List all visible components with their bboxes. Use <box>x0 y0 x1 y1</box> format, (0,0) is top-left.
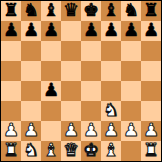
square-a3[interactable] <box>1 101 21 121</box>
black-pawn[interactable]: ♟ <box>103 21 119 40</box>
chess-board: ♜♞♝♛♚♝♞♜♟♟♟♟♟♟♟♟♞♟♟♟♟♟♟♟♜♞♝♛♚♝♜ <box>1 1 161 161</box>
square-e4[interactable] <box>81 81 101 101</box>
square-c7[interactable]: ♟ <box>41 21 61 41</box>
square-g1[interactable] <box>121 141 141 161</box>
square-f1[interactable]: ♝ <box>101 141 121 161</box>
white-bishop[interactable]: ♝ <box>103 141 119 160</box>
square-h3[interactable] <box>141 101 161 121</box>
white-knight[interactable]: ♞ <box>23 141 39 160</box>
white-pawn[interactable]: ♟ <box>63 121 79 140</box>
white-pawn[interactable]: ♟ <box>123 121 139 140</box>
black-pawn[interactable]: ♟ <box>43 81 59 100</box>
black-bishop[interactable]: ♝ <box>43 1 59 20</box>
square-a8[interactable]: ♜ <box>1 1 21 21</box>
black-pawn[interactable]: ♟ <box>83 21 99 40</box>
square-g7[interactable]: ♟ <box>121 21 141 41</box>
square-f5[interactable] <box>101 61 121 81</box>
white-pawn[interactable]: ♟ <box>23 121 39 140</box>
square-c3[interactable] <box>41 101 61 121</box>
square-e7[interactable]: ♟ <box>81 21 101 41</box>
white-rook[interactable]: ♜ <box>3 141 19 160</box>
black-pawn[interactable]: ♟ <box>123 21 139 40</box>
white-pawn[interactable]: ♟ <box>3 121 19 140</box>
white-king[interactable]: ♚ <box>83 141 99 160</box>
square-d8[interactable]: ♛ <box>61 1 81 21</box>
square-b7[interactable]: ♟ <box>21 21 41 41</box>
square-c2[interactable] <box>41 121 61 141</box>
square-f7[interactable]: ♟ <box>101 21 121 41</box>
square-f2[interactable]: ♟ <box>101 121 121 141</box>
square-f4[interactable] <box>101 81 121 101</box>
square-c5[interactable] <box>41 61 61 81</box>
square-e8[interactable]: ♚ <box>81 1 101 21</box>
square-g4[interactable] <box>121 81 141 101</box>
black-king[interactable]: ♚ <box>83 1 99 20</box>
square-c8[interactable]: ♝ <box>41 1 61 21</box>
square-g8[interactable]: ♞ <box>121 1 141 21</box>
square-a5[interactable] <box>1 61 21 81</box>
square-b1[interactable]: ♞ <box>21 141 41 161</box>
square-d5[interactable] <box>61 61 81 81</box>
square-c6[interactable] <box>41 41 61 61</box>
square-g2[interactable]: ♟ <box>121 121 141 141</box>
square-h6[interactable] <box>141 41 161 61</box>
black-queen[interactable]: ♛ <box>63 1 79 20</box>
square-h7[interactable]: ♟ <box>141 21 161 41</box>
square-d4[interactable] <box>61 81 81 101</box>
white-pawn[interactable]: ♟ <box>83 121 99 140</box>
square-h8[interactable]: ♜ <box>141 1 161 21</box>
black-pawn[interactable]: ♟ <box>43 21 59 40</box>
square-e5[interactable] <box>81 61 101 81</box>
square-f6[interactable] <box>101 41 121 61</box>
square-d7[interactable] <box>61 21 81 41</box>
square-h2[interactable]: ♟ <box>141 121 161 141</box>
black-rook[interactable]: ♜ <box>3 1 19 20</box>
square-a2[interactable]: ♟ <box>1 121 21 141</box>
square-a6[interactable] <box>1 41 21 61</box>
square-g6[interactable] <box>121 41 141 61</box>
square-b5[interactable] <box>21 61 41 81</box>
black-pawn[interactable]: ♟ <box>143 21 159 40</box>
black-pawn[interactable]: ♟ <box>3 21 19 40</box>
square-a1[interactable]: ♜ <box>1 141 21 161</box>
square-g5[interactable] <box>121 61 141 81</box>
black-bishop[interactable]: ♝ <box>103 1 119 20</box>
black-rook[interactable]: ♜ <box>143 1 159 20</box>
square-f8[interactable]: ♝ <box>101 1 121 21</box>
square-b4[interactable] <box>21 81 41 101</box>
white-pawn[interactable]: ♟ <box>143 121 159 140</box>
square-f3[interactable]: ♞ <box>101 101 121 121</box>
white-pawn[interactable]: ♟ <box>103 121 119 140</box>
black-knight[interactable]: ♞ <box>23 1 39 20</box>
square-c1[interactable]: ♝ <box>41 141 61 161</box>
square-d6[interactable] <box>61 41 81 61</box>
white-bishop[interactable]: ♝ <box>43 141 59 160</box>
square-h1[interactable]: ♜ <box>141 141 161 161</box>
square-b3[interactable] <box>21 101 41 121</box>
black-pawn[interactable]: ♟ <box>23 21 39 40</box>
white-knight[interactable]: ♞ <box>103 101 119 120</box>
square-e6[interactable] <box>81 41 101 61</box>
square-d1[interactable]: ♛ <box>61 141 81 161</box>
square-b2[interactable]: ♟ <box>21 121 41 141</box>
square-a7[interactable]: ♟ <box>1 21 21 41</box>
square-g3[interactable] <box>121 101 141 121</box>
chess-board-frame: ♜♞♝♛♚♝♞♜♟♟♟♟♟♟♟♟♞♟♟♟♟♟♟♟♜♞♝♛♚♝♜ <box>0 0 162 162</box>
square-h5[interactable] <box>141 61 161 81</box>
square-h4[interactable] <box>141 81 161 101</box>
square-e2[interactable]: ♟ <box>81 121 101 141</box>
square-b6[interactable] <box>21 41 41 61</box>
white-queen[interactable]: ♛ <box>63 141 79 160</box>
square-b8[interactable]: ♞ <box>21 1 41 21</box>
square-d3[interactable] <box>61 101 81 121</box>
square-e3[interactable] <box>81 101 101 121</box>
square-a4[interactable] <box>1 81 21 101</box>
square-d2[interactable]: ♟ <box>61 121 81 141</box>
white-rook[interactable]: ♜ <box>143 141 159 160</box>
black-knight[interactable]: ♞ <box>123 1 139 20</box>
square-e1[interactable]: ♚ <box>81 141 101 161</box>
square-c4[interactable]: ♟ <box>41 81 61 101</box>
